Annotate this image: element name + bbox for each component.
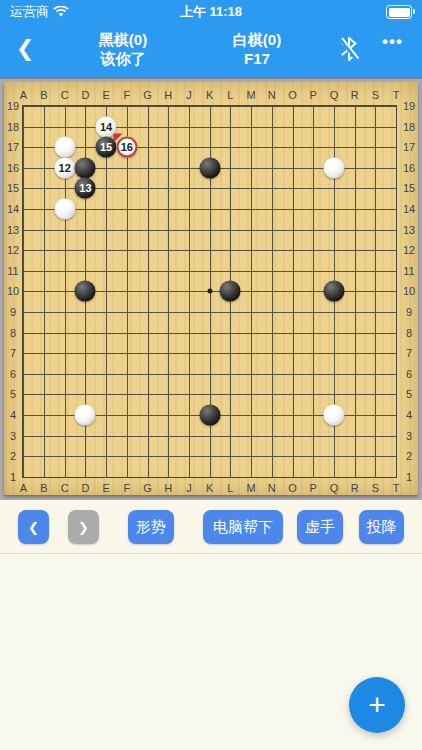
back-button[interactable]: ❮ [16,36,34,62]
move-number: 13 [79,183,91,194]
status-bar: 运营商 上午 11:18 [0,0,422,22]
white-stone[interactable]: 12 [54,157,75,178]
row-label-left: 14 [7,204,19,215]
col-label-top: D [81,89,89,100]
black-stone[interactable] [323,281,344,302]
row-label-right: 9 [406,307,412,318]
move-number: 15 [100,142,112,153]
computer-play-button[interactable]: 电脑帮下 [203,510,283,544]
col-label-bottom: J [186,483,192,494]
black-stone[interactable]: 13 [75,178,96,199]
row-label-right: 3 [406,430,412,441]
row-label-left: 4 [10,410,16,421]
row-label-left: 2 [10,451,16,462]
row-label-left: 19 [7,101,19,112]
col-label-top: S [372,89,379,100]
row-label-left: 12 [7,245,19,256]
row-label-right: 14 [403,204,415,215]
black-stone[interactable] [199,157,220,178]
col-label-bottom: B [40,483,47,494]
white-stone[interactable] [75,405,96,426]
row-label-right: 17 [403,142,415,153]
row-label-right: 12 [403,245,415,256]
last-move-ring [116,137,137,158]
col-label-top: G [143,89,152,100]
bluetooth-off-icon[interactable] [338,37,360,61]
col-label-bottom: R [351,483,359,494]
col-label-bottom: L [227,483,233,494]
col-label-bottom: F [123,483,130,494]
col-label-bottom: T [393,483,400,494]
col-label-bottom: N [268,483,276,494]
white-stone[interactable]: 16 [116,137,137,158]
add-button[interactable]: + [349,677,405,733]
col-label-top: M [247,89,256,100]
col-label-bottom: S [372,483,379,494]
col-label-top: R [351,89,359,100]
col-label-top: P [310,89,317,100]
white-stone[interactable] [54,199,75,220]
white-last-move: F17 [233,49,281,68]
row-label-left: 8 [10,327,16,338]
row-label-right: 19 [403,101,415,112]
col-label-top: O [288,89,297,100]
row-label-left: 7 [10,348,16,359]
prev-move-button[interactable]: ❮ [18,510,49,544]
row-label-right: 10 [403,286,415,297]
row-label-right: 4 [406,410,412,421]
col-label-top: B [40,89,47,100]
row-label-right: 1 [406,471,412,482]
row-label-right: 13 [403,224,415,235]
plus-icon: + [368,688,386,722]
row-label-left: 11 [7,265,18,276]
row-label-left: 1 [10,471,16,482]
row-label-left: 9 [10,307,16,318]
col-label-top: A [20,89,27,100]
board-frame: AA1919BB1818CC1717DD1616EE1515FF1414GG13… [0,77,422,500]
star-point [207,289,212,294]
situation-button[interactable]: 形势 [128,510,174,544]
pass-button[interactable]: 虚手 [297,510,343,544]
col-label-bottom: D [81,483,89,494]
move-number: 14 [100,121,112,132]
row-label-right: 2 [406,451,412,462]
black-stone[interactable] [75,157,96,178]
row-label-left: 15 [7,183,19,194]
white-player-label: 白棋(0) [233,30,281,49]
row-label-right: 15 [403,183,415,194]
row-label-right: 18 [403,121,415,132]
black-stone[interactable] [199,405,220,426]
row-label-left: 17 [7,142,19,153]
row-label-right: 5 [406,389,412,400]
more-menu-button[interactable]: ••• [382,32,403,52]
row-label-right: 8 [406,327,412,338]
black-player-info: 黑棋(0) 该你了 [99,30,147,68]
col-label-top: J [186,89,192,100]
nav-bar: ❮ 黑棋(0) 该你了 白棋(0) F17 ••• [0,22,422,77]
row-label-left: 3 [10,430,16,441]
col-label-top: N [268,89,276,100]
white-stone[interactable] [323,405,344,426]
col-label-bottom: H [164,483,172,494]
col-label-bottom: C [61,483,69,494]
col-label-top: H [164,89,172,100]
col-label-top: E [102,89,109,100]
col-label-top: F [123,89,130,100]
go-board[interactable]: AA1919BB1818CC1717DD1616EE1515FF1414GG13… [4,82,418,495]
black-player-label: 黑棋(0) [99,30,147,49]
col-label-bottom: K [206,483,213,494]
row-label-left: 5 [10,389,16,400]
row-label-left: 13 [7,224,19,235]
col-label-bottom: A [20,483,27,494]
col-label-bottom: E [102,483,109,494]
col-label-bottom: O [288,483,297,494]
col-label-bottom: Q [330,483,339,494]
col-label-top: Q [330,89,339,100]
white-stone[interactable] [54,137,75,158]
col-label-bottom: G [143,483,152,494]
black-stone[interactable] [75,281,96,302]
col-label-bottom: M [247,483,256,494]
resign-button[interactable]: 投降 [359,510,404,544]
row-label-right: 16 [403,162,415,173]
app-screen: 运营商 上午 11:18 ❮ 黑棋(0) 该你了 白棋(0) F17 ••• A… [0,0,422,750]
row-label-right: 6 [406,368,412,379]
col-label-top: L [227,89,233,100]
battery-icon [386,5,412,19]
col-label-top: T [393,89,400,100]
row-label-right: 11 [403,265,414,276]
white-stone[interactable] [323,157,344,178]
white-player-info: 白棋(0) F17 [233,30,281,68]
row-label-right: 7 [406,348,412,359]
row-label-left: 10 [7,286,19,297]
next-move-button[interactable]: ❯ [68,510,99,544]
black-turn-status: 该你了 [99,49,147,68]
row-label-left: 6 [10,368,16,379]
col-label-top: C [61,89,69,100]
row-label-left: 16 [7,162,19,173]
col-label-top: K [206,89,213,100]
row-label-left: 18 [7,121,19,132]
move-number: 12 [59,162,71,173]
col-label-bottom: P [310,483,317,494]
clock: 上午 11:18 [0,3,422,21]
toolbar: ❮ ❯ 形势 电脑帮下 虚手 投降 [0,500,422,553]
black-stone[interactable] [220,281,241,302]
